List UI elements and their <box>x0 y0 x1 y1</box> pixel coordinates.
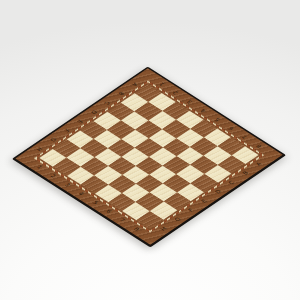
inner-frame-margin <box>37 82 262 230</box>
chessboard: 12345678 12345678 ABCDEFGH ABCDEFGH <box>12 66 286 247</box>
product-photo-background: 12345678 12345678 ABCDEFGH ABCDEFGH <box>0 0 300 300</box>
decorative-inlay-border <box>34 80 264 232</box>
board-outer-edge: 12345678 12345678 ABCDEFGH ABCDEFGH <box>12 66 286 247</box>
playing-squares-grid <box>39 84 258 229</box>
board-frame: 12345678 12345678 ABCDEFGH ABCDEFGH <box>15 68 282 244</box>
